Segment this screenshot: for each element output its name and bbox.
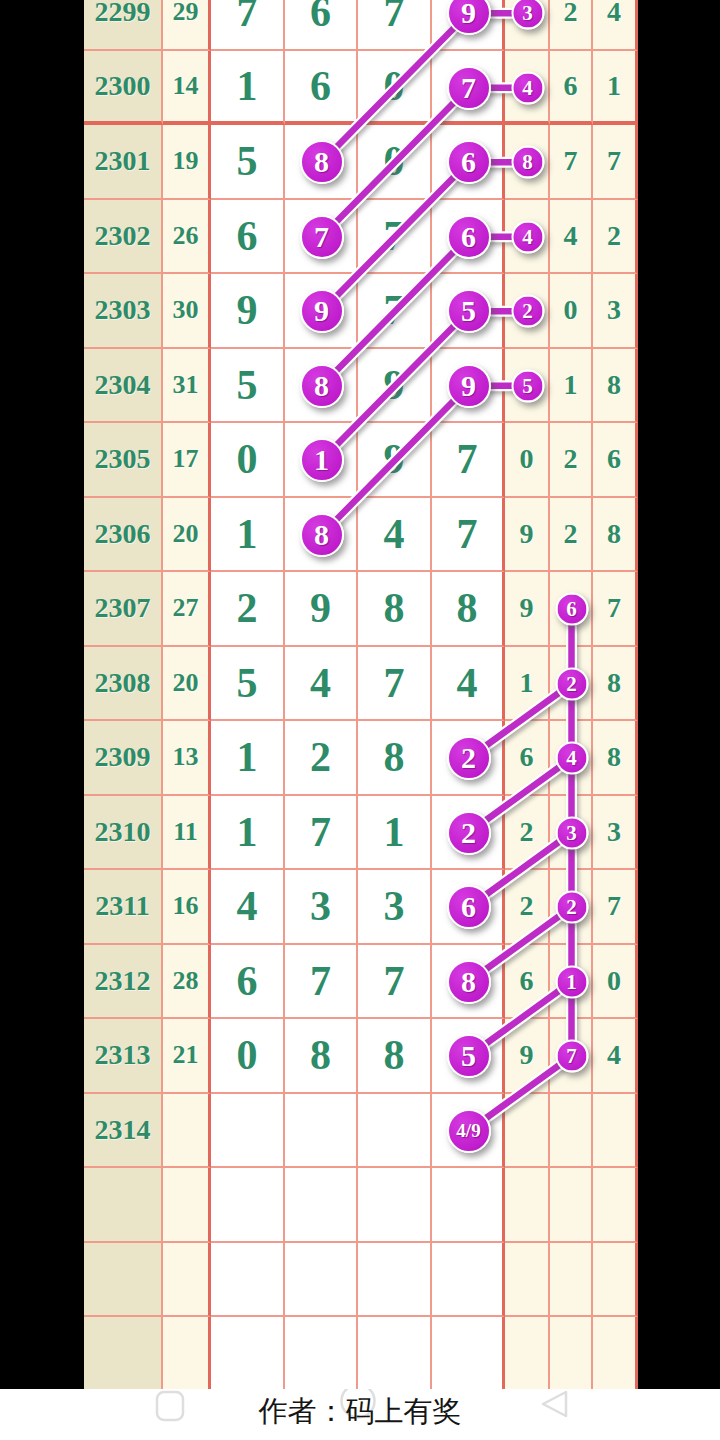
- grid-cell-2307-E: 9: [505, 572, 550, 647]
- grid-cell-2300-F: 6: [550, 51, 593, 126]
- grid-cell-2308-B: 4: [285, 647, 358, 722]
- grid-cell-2314-D: [432, 1094, 505, 1169]
- grid-cell-2304-D: [432, 349, 505, 424]
- grid-cell-2314-A: [211, 1094, 285, 1169]
- grid-cell-2311-B: 3: [285, 870, 358, 945]
- period-cell-2314: 2314: [84, 1094, 163, 1169]
- grid-cell-2301-E: [505, 125, 550, 200]
- grid-cell-2311-A: 4: [211, 870, 285, 945]
- grid-cell-2300-B: 6: [285, 51, 358, 126]
- grid-cell-2305-E: 0: [505, 423, 550, 498]
- grid-cell-2313-F: [550, 1019, 593, 1094]
- grid-cell-2313-C: 8: [358, 1019, 432, 1094]
- grid-cell-2309-C: 8: [358, 721, 432, 796]
- grid-cell-2312-B: 7: [285, 945, 358, 1020]
- grid-cell-2314-E: [505, 1094, 550, 1169]
- sum-cell-2312: 28: [163, 945, 211, 1020]
- sum-cell-2304: 31: [163, 349, 211, 424]
- grid-cell-2306-A: 1: [211, 498, 285, 573]
- sum-cell-empty-16: [163, 1168, 211, 1243]
- period-cell-2302: 2302: [84, 200, 163, 275]
- grid-cell-2305-F: 2: [550, 423, 593, 498]
- grid-cell-2307-C: 8: [358, 572, 432, 647]
- grid-cell-empty-17-G: [593, 1243, 638, 1318]
- grid-cell-2313-G: 4: [593, 1019, 638, 1094]
- grid-cell-2305-C: 9: [358, 423, 432, 498]
- grid-cell-empty-16-A: [211, 1168, 285, 1243]
- grid-cell-2308-G: 8: [593, 647, 638, 722]
- grid-cell-2310-F: [550, 796, 593, 871]
- grid-cell-2313-E: 9: [505, 1019, 550, 1094]
- grid-cell-2299-B: 6: [285, 0, 358, 51]
- sum-cell-2307: 27: [163, 572, 211, 647]
- grid-cell-empty-17-D: [432, 1243, 505, 1318]
- grid-cell-2302-B: [285, 200, 358, 275]
- grid-cell-2310-B: 7: [285, 796, 358, 871]
- grid-cell-2311-F: [550, 870, 593, 945]
- grid-cell-2307-A: 2: [211, 572, 285, 647]
- sum-cell-2301: 19: [163, 125, 211, 200]
- grid-cell-2309-G: 8: [593, 721, 638, 796]
- period-cell-2307: 2307: [84, 572, 163, 647]
- grid-cell-2305-G: 6: [593, 423, 638, 498]
- sum-cell-2302: 26: [163, 200, 211, 275]
- grid-cell-2309-B: 2: [285, 721, 358, 796]
- grid-cell-2301-D: [432, 125, 505, 200]
- period-cell-2305: 2305: [84, 423, 163, 498]
- grid-cell-2304-B: [285, 349, 358, 424]
- period-cell-2299: 2299: [84, 0, 163, 51]
- grid-cell-empty-18-C: [358, 1317, 432, 1392]
- grid-cell-2307-B: 9: [285, 572, 358, 647]
- author-credit: 作者：码上有奖: [0, 1392, 720, 1430]
- period-cell-2304: 2304: [84, 349, 163, 424]
- period-cell-2301: 2301: [84, 125, 163, 200]
- grid-cell-2313-D: [432, 1019, 505, 1094]
- grid-cell-2312-A: 6: [211, 945, 285, 1020]
- sum-cell-2299: 29: [163, 0, 211, 51]
- grid-cell-2306-D: 7: [432, 498, 505, 573]
- grid-cell-2314-F: [550, 1094, 593, 1169]
- grid-cell-2301-A: 5: [211, 125, 285, 200]
- period-cell-2312: 2312: [84, 945, 163, 1020]
- grid-cell-2308-E: 1: [505, 647, 550, 722]
- grid-cell-2300-C: 0: [358, 51, 432, 126]
- period-cell-empty-17: [84, 1243, 163, 1318]
- period-cell-2308: 2308: [84, 647, 163, 722]
- period-cell-2306: 2306: [84, 498, 163, 573]
- grid-cell-2305-B: [285, 423, 358, 498]
- grid-cell-2303-A: 9: [211, 274, 285, 349]
- grid-cell-empty-16-C: [358, 1168, 432, 1243]
- grid-cell-empty-18-F: [550, 1317, 593, 1392]
- grid-cell-2301-C: 0: [358, 125, 432, 200]
- sum-cell-2305: 17: [163, 423, 211, 498]
- sum-cell-2306: 20: [163, 498, 211, 573]
- trend-chart-grid: 2299297672423001416061230119507723022667…: [84, 0, 638, 1392]
- grid-cell-2299-C: 7: [358, 0, 432, 51]
- grid-cell-empty-16-B: [285, 1168, 358, 1243]
- grid-cell-empty-17-A: [211, 1243, 285, 1318]
- sum-cell-2308: 20: [163, 647, 211, 722]
- period-cell-2313: 2313: [84, 1019, 163, 1094]
- sum-cell-2311: 16: [163, 870, 211, 945]
- grid-cell-2301-G: 7: [593, 125, 638, 200]
- sum-cell-empty-18: [163, 1317, 211, 1392]
- grid-cell-2308-A: 5: [211, 647, 285, 722]
- grid-cell-2306-G: 8: [593, 498, 638, 573]
- grid-cell-2302-G: 2: [593, 200, 638, 275]
- grid-cell-empty-18-B: [285, 1317, 358, 1392]
- sum-cell-2309: 13: [163, 721, 211, 796]
- grid-cell-2307-D: 8: [432, 572, 505, 647]
- grid-cell-empty-17-F: [550, 1243, 593, 1318]
- grid-cell-2304-F: 1: [550, 349, 593, 424]
- grid-cell-2299-D: [432, 0, 505, 51]
- grid-cell-2314-G: [593, 1094, 638, 1169]
- grid-cell-empty-16-F: [550, 1168, 593, 1243]
- grid-cell-empty-16-G: [593, 1168, 638, 1243]
- grid-cell-2313-B: 8: [285, 1019, 358, 1094]
- grid-cell-2303-D: [432, 274, 505, 349]
- grid-cell-2311-D: [432, 870, 505, 945]
- grid-cell-2308-F: [550, 647, 593, 722]
- grid-cell-2307-G: 7: [593, 572, 638, 647]
- sum-cell-empty-17: [163, 1243, 211, 1318]
- grid-cell-2308-C: 7: [358, 647, 432, 722]
- grid-cell-2312-F: [550, 945, 593, 1020]
- grid-cell-2312-D: [432, 945, 505, 1020]
- period-cell-2310: 2310: [84, 796, 163, 871]
- sum-cell-2314: [163, 1094, 211, 1169]
- grid-cell-2302-A: 6: [211, 200, 285, 275]
- grid-cell-2312-G: 0: [593, 945, 638, 1020]
- grid-cell-2305-D: 7: [432, 423, 505, 498]
- grid-cell-2309-F: [550, 721, 593, 796]
- grid-cell-empty-17-C: [358, 1243, 432, 1318]
- period-cell-empty-16: [84, 1168, 163, 1243]
- grid-cell-empty-17-E: [505, 1243, 550, 1318]
- grid-cell-2301-B: [285, 125, 358, 200]
- grid-cell-2309-E: 6: [505, 721, 550, 796]
- grid-cell-2309-A: 1: [211, 721, 285, 796]
- period-cell-2309: 2309: [84, 721, 163, 796]
- grid-cell-2313-A: 0: [211, 1019, 285, 1094]
- period-cell-empty-18: [84, 1317, 163, 1392]
- grid-cell-2311-G: 7: [593, 870, 638, 945]
- grid-cell-2306-E: 9: [505, 498, 550, 573]
- grid-cell-2303-G: 3: [593, 274, 638, 349]
- period-cell-2311: 2311: [84, 870, 163, 945]
- grid-cell-2310-C: 1: [358, 796, 432, 871]
- sum-cell-2303: 30: [163, 274, 211, 349]
- grid-cell-2299-A: 7: [211, 0, 285, 51]
- grid-cell-2302-E: [505, 200, 550, 275]
- grid-cell-2303-B: [285, 274, 358, 349]
- grid-cell-2310-D: [432, 796, 505, 871]
- grid-cell-empty-16-E: [505, 1168, 550, 1243]
- period-cell-2303: 2303: [84, 274, 163, 349]
- grid-cell-2299-E: [505, 0, 550, 51]
- sum-cell-2310: 11: [163, 796, 211, 871]
- grid-cell-2304-A: 5: [211, 349, 285, 424]
- grid-cell-empty-18-A: [211, 1317, 285, 1392]
- period-cell-2300: 2300: [84, 51, 163, 126]
- grid-cell-2302-D: [432, 200, 505, 275]
- grid-cell-2299-G: 4: [593, 0, 638, 51]
- grid-cell-empty-18-G: [593, 1317, 638, 1392]
- grid-cell-2302-F: 4: [550, 200, 593, 275]
- grid-cell-empty-18-D: [432, 1317, 505, 1392]
- grid-cell-2310-G: 3: [593, 796, 638, 871]
- grid-cell-2311-E: 2: [505, 870, 550, 945]
- grid-cell-empty-18-E: [505, 1317, 550, 1392]
- grid-cell-2310-A: 1: [211, 796, 285, 871]
- grid-cell-2304-E: [505, 349, 550, 424]
- grid-cell-2303-C: 7: [358, 274, 432, 349]
- grid-cell-2305-A: 0: [211, 423, 285, 498]
- grid-cell-empty-17-B: [285, 1243, 358, 1318]
- grid-cell-2301-F: 7: [550, 125, 593, 200]
- grid-cell-2303-E: [505, 274, 550, 349]
- bottom-bar: 作者：码上有奖: [0, 1389, 720, 1440]
- grid-cell-empty-16-D: [432, 1168, 505, 1243]
- grid-cell-2306-B: [285, 498, 358, 573]
- grid-cell-2300-E: [505, 51, 550, 126]
- grid-cell-2314-B: [285, 1094, 358, 1169]
- grid-cell-2304-G: 8: [593, 349, 638, 424]
- grid-cell-2309-D: [432, 721, 505, 796]
- grid-cell-2307-F: [550, 572, 593, 647]
- grid-cell-2306-F: 2: [550, 498, 593, 573]
- grid-cell-2304-C: 9: [358, 349, 432, 424]
- grid-cell-2311-C: 3: [358, 870, 432, 945]
- grid-cell-2300-G: 1: [593, 51, 638, 126]
- grid-cell-2303-F: 0: [550, 274, 593, 349]
- grid-cell-2308-D: 4: [432, 647, 505, 722]
- sum-cell-2300: 14: [163, 51, 211, 126]
- grid-cell-2300-D: [432, 51, 505, 126]
- grid-cell-2312-C: 7: [358, 945, 432, 1020]
- grid-cell-2302-C: 7: [358, 200, 432, 275]
- grid-cell-2310-E: 2: [505, 796, 550, 871]
- grid-cell-2300-A: 1: [211, 51, 285, 126]
- sum-cell-2313: 21: [163, 1019, 211, 1094]
- grid-cell-2312-E: 6: [505, 945, 550, 1020]
- grid-cell-2299-F: 2: [550, 0, 593, 51]
- grid-cell-2314-C: [358, 1094, 432, 1169]
- grid-cell-2306-C: 4: [358, 498, 432, 573]
